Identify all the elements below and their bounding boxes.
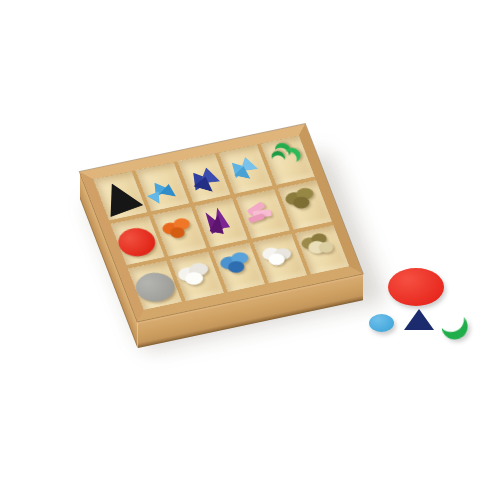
tri-piece[interactable] — [95, 178, 143, 218]
green-crescent-preposition[interactable] — [436, 304, 467, 335]
ellipse-piece[interactable] — [131, 269, 179, 305]
navy-triangle-adjective[interactable] — [404, 309, 434, 330]
compartment-grid — [93, 136, 349, 310]
blue-circle[interactable] — [369, 314, 394, 332]
product-photo — [0, 0, 500, 500]
ellipse-piece[interactable] — [114, 225, 160, 260]
red-circle-verb[interactable] — [388, 268, 444, 306]
